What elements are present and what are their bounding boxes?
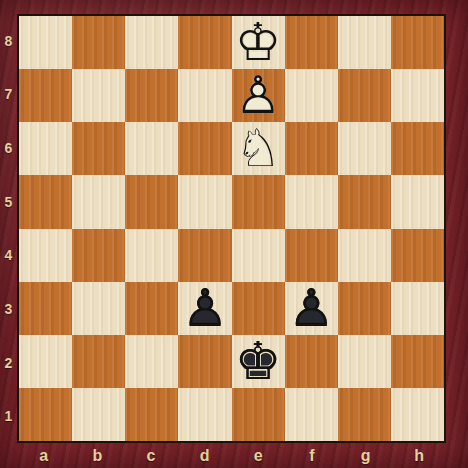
square-f3[interactable]: ♟♙ (285, 282, 338, 335)
square-a7[interactable] (19, 69, 72, 122)
square-h3[interactable] (391, 282, 444, 335)
square-c2[interactable] (125, 335, 178, 388)
square-g5[interactable] (338, 175, 391, 228)
square-f6[interactable] (285, 122, 338, 175)
square-e8[interactable]: ♚♔ (232, 16, 285, 69)
piece-white-pawn-e7[interactable]: ♟♙ (232, 69, 285, 122)
file-label-f: f (285, 443, 339, 468)
square-g1[interactable] (338, 388, 391, 441)
square-b6[interactable] (72, 122, 125, 175)
rank-label-7: 7 (0, 68, 17, 122)
square-c7[interactable] (125, 69, 178, 122)
square-h4[interactable] (391, 229, 444, 282)
square-b8[interactable] (72, 16, 125, 69)
square-g8[interactable] (338, 16, 391, 69)
square-a8[interactable] (19, 16, 72, 69)
rank-label-5: 5 (0, 175, 17, 229)
square-d1[interactable] (178, 388, 231, 441)
file-label-a: a (17, 443, 71, 468)
square-c6[interactable] (125, 122, 178, 175)
square-e4[interactable] (232, 229, 285, 282)
square-h7[interactable] (391, 69, 444, 122)
black-pawn-outline-glyph: ♙ (285, 282, 338, 335)
square-g6[interactable] (338, 122, 391, 175)
piece-black-pawn-f3[interactable]: ♟♙ (285, 282, 338, 335)
square-e5[interactable] (232, 175, 285, 228)
square-f4[interactable] (285, 229, 338, 282)
square-d3[interactable]: ♟♙ (178, 282, 231, 335)
white-pawn-outline-glyph: ♙ (232, 69, 285, 122)
piece-white-knight-e6[interactable]: ♞♘ (232, 122, 285, 175)
square-g2[interactable] (338, 335, 391, 388)
black-pawn-outline-glyph: ♙ (178, 282, 231, 335)
piece-black-king-e2[interactable]: ♚♔ (232, 335, 285, 388)
square-f2[interactable] (285, 335, 338, 388)
white-knight-outline-glyph: ♘ (232, 122, 285, 175)
square-e7[interactable]: ♟♙ (232, 69, 285, 122)
square-h8[interactable] (391, 16, 444, 69)
square-b4[interactable] (72, 229, 125, 282)
square-f8[interactable] (285, 16, 338, 69)
file-label-e: e (232, 443, 286, 468)
file-label-d: d (178, 443, 232, 468)
chessboard-frame: ♚♔♟♙♞♘♟♙♟♙♚♔ 87654321 abcdefgh (0, 0, 468, 468)
square-e1[interactable] (232, 388, 285, 441)
file-label-c: c (124, 443, 178, 468)
square-h6[interactable] (391, 122, 444, 175)
square-b7[interactable] (72, 69, 125, 122)
square-c8[interactable] (125, 16, 178, 69)
rank-label-3: 3 (0, 282, 17, 336)
square-d8[interactable] (178, 16, 231, 69)
file-label-b: b (71, 443, 125, 468)
square-f7[interactable] (285, 69, 338, 122)
black-king-outline-glyph: ♔ (232, 335, 285, 388)
file-label-g: g (339, 443, 393, 468)
square-e3[interactable] (232, 282, 285, 335)
square-d5[interactable] (178, 175, 231, 228)
square-g3[interactable] (338, 282, 391, 335)
square-d4[interactable] (178, 229, 231, 282)
white-king-outline-glyph: ♔ (232, 16, 285, 69)
square-a1[interactable] (19, 388, 72, 441)
square-b5[interactable] (72, 175, 125, 228)
rank-label-6: 6 (0, 121, 17, 175)
square-d6[interactable] (178, 122, 231, 175)
square-c4[interactable] (125, 229, 178, 282)
square-b3[interactable] (72, 282, 125, 335)
square-a5[interactable] (19, 175, 72, 228)
square-b2[interactable] (72, 335, 125, 388)
square-h5[interactable] (391, 175, 444, 228)
rank-labels: 87654321 (0, 14, 17, 443)
rank-label-8: 8 (0, 14, 17, 68)
square-f1[interactable] (285, 388, 338, 441)
square-e2[interactable]: ♚♔ (232, 335, 285, 388)
square-a6[interactable] (19, 122, 72, 175)
rank-label-2: 2 (0, 336, 17, 390)
square-f5[interactable] (285, 175, 338, 228)
file-labels: abcdefgh (17, 443, 446, 468)
chessboard: ♚♔♟♙♞♘♟♙♟♙♚♔ (17, 14, 446, 443)
rank-label-1: 1 (0, 389, 17, 443)
square-a2[interactable] (19, 335, 72, 388)
square-h2[interactable] (391, 335, 444, 388)
rank-label-4: 4 (0, 229, 17, 283)
square-d7[interactable] (178, 69, 231, 122)
square-h1[interactable] (391, 388, 444, 441)
square-g7[interactable] (338, 69, 391, 122)
square-c5[interactable] (125, 175, 178, 228)
square-e6[interactable]: ♞♘ (232, 122, 285, 175)
square-a3[interactable] (19, 282, 72, 335)
square-c1[interactable] (125, 388, 178, 441)
square-c3[interactable] (125, 282, 178, 335)
file-label-h: h (392, 443, 446, 468)
piece-black-pawn-d3[interactable]: ♟♙ (178, 282, 231, 335)
piece-white-king-e8[interactable]: ♚♔ (232, 16, 285, 69)
square-a4[interactable] (19, 229, 72, 282)
square-g4[interactable] (338, 229, 391, 282)
square-b1[interactable] (72, 388, 125, 441)
square-d2[interactable] (178, 335, 231, 388)
